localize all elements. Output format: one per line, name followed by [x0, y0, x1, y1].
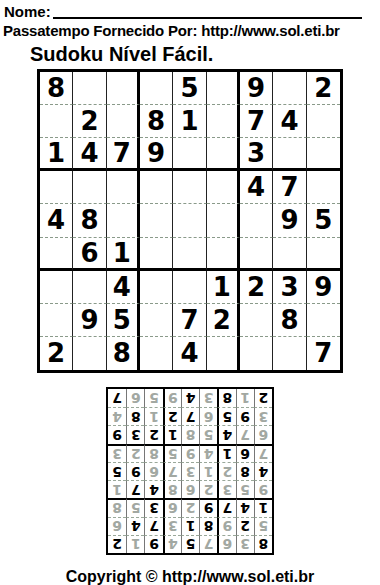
solution-cell-r1c7: 9 — [144, 535, 162, 553]
cell-r4c4[interactable] — [140, 171, 173, 204]
solution-cell-r3c3: 7 — [217, 498, 235, 516]
solution-cell-r4c5: 6 — [181, 480, 199, 498]
cell-r5c8: 9 — [273, 204, 306, 237]
cell-r7c8: 3 — [273, 271, 306, 304]
cell-r1c4[interactable] — [140, 72, 173, 105]
solution-cell-r5c3: 2 — [217, 462, 235, 480]
cell-r2c4: 8 — [140, 105, 173, 138]
cell-r4c3[interactable] — [107, 171, 140, 204]
solution-cell-r3c6: 6 — [163, 498, 181, 516]
cell-r1c5: 5 — [173, 72, 206, 105]
cell-r2c1[interactable] — [40, 105, 73, 138]
solution-cell-r3c7: 3 — [144, 498, 162, 516]
cell-r5c1: 4 — [40, 204, 73, 237]
solution-cell-r2c7: 7 — [144, 517, 162, 535]
cell-r7c3: 4 — [107, 271, 140, 304]
solution-cell-r8c2: 9 — [236, 407, 254, 425]
cell-r8c4[interactable] — [140, 304, 173, 337]
solution-cell-r6c4: 4 — [199, 444, 217, 462]
solution-cell-r8c7: 1 — [144, 407, 162, 425]
solution-cell-r7c9: 9 — [108, 425, 126, 443]
cell-r9c3: 8 — [107, 337, 140, 370]
cell-r3c1: 1 — [40, 138, 73, 171]
cell-r9c6[interactable] — [207, 337, 240, 370]
cell-r3c8[interactable] — [273, 138, 306, 171]
solution-cell-r8c5: 7 — [181, 407, 199, 425]
cell-r9c9: 7 — [307, 337, 340, 370]
solution-cell-r2c2: 2 — [236, 517, 254, 535]
cell-r1c9: 2 — [307, 72, 340, 105]
solution-cell-r1c3: 6 — [217, 535, 235, 553]
cell-r6c2: 6 — [73, 238, 106, 271]
solution-cell-r5c1: 4 — [254, 462, 272, 480]
solution-cell-r7c5: 8 — [181, 425, 199, 443]
solution-cell-r7c7: 2 — [144, 425, 162, 443]
cell-r4c1[interactable] — [40, 171, 73, 204]
solution-cell-r8c8: 8 — [126, 407, 144, 425]
cell-r6c7[interactable] — [240, 238, 273, 271]
solution-cell-r3c1: 1 — [254, 498, 272, 516]
cell-r3c4: 9 — [140, 138, 173, 171]
cell-r1c1: 8 — [40, 72, 73, 105]
solution-cell-r6c9: 3 — [108, 444, 126, 462]
solution-cell-r8c3: 5 — [217, 407, 235, 425]
solution-cell-r7c6: 1 — [163, 425, 181, 443]
solution-cell-r6c1: 7 — [254, 444, 272, 462]
solution-cell-r6c8: 2 — [126, 444, 144, 462]
cell-r3c2: 4 — [73, 138, 106, 171]
solution-cell-r1c2: 3 — [236, 535, 254, 553]
name-blank-line — [53, 4, 362, 19]
cell-r6c9[interactable] — [307, 238, 340, 271]
page-title: Sudoku Nível Fácil. — [30, 43, 380, 66]
worksheet: Nome: Passatempo Fornecido Por: http://w… — [0, 0, 380, 585]
solution-cell-r2c9: 6 — [108, 517, 126, 535]
cell-r3c9[interactable] — [307, 138, 340, 171]
copyright-text: Copyright © http://www.sol.eti.br — [0, 568, 380, 585]
solution-cell-r3c4: 9 — [199, 498, 217, 516]
solution-cell-r9c2: 1 — [236, 389, 254, 407]
cell-r4c7: 4 — [240, 171, 273, 204]
cell-r3c7: 3 — [240, 138, 273, 171]
solution-cell-r4c9: 1 — [108, 480, 126, 498]
solution-cell-r8c9: 4 — [108, 407, 126, 425]
cell-r3c3: 7 — [107, 138, 140, 171]
solution-cell-r4c2: 5 — [236, 480, 254, 498]
cell-r4c9[interactable] — [307, 171, 340, 204]
name-label: Nome: — [4, 4, 51, 19]
cell-r6c8[interactable] — [273, 238, 306, 271]
cell-r1c2[interactable] — [73, 72, 106, 105]
cell-r9c8[interactable] — [273, 337, 306, 370]
cell-r5c6[interactable] — [207, 204, 240, 237]
solution-cell-r9c8: 6 — [126, 389, 144, 407]
cell-r2c8: 4 — [273, 105, 306, 138]
name-row: Nome: — [4, 2, 362, 19]
cell-r2c7: 7 — [240, 105, 273, 138]
solution-cell-r3c2: 4 — [236, 498, 254, 516]
solution-cell-r9c1: 2 — [254, 389, 272, 407]
solution-cell-r9c9: 7 — [108, 389, 126, 407]
solution-cell-r6c5: 9 — [181, 444, 199, 462]
solution-cell-r5c7: 6 — [144, 462, 162, 480]
solution-cell-r6c7: 8 — [144, 444, 162, 462]
cell-r1c6[interactable] — [207, 72, 240, 105]
solution-cell-r5c9: 5 — [108, 462, 126, 480]
cell-r7c5[interactable] — [173, 271, 206, 304]
solution-cell-r7c4: 5 — [199, 425, 217, 443]
solution-cell-r2c5: 1 — [181, 517, 199, 535]
cell-r7c6: 1 — [207, 271, 240, 304]
solution-cell-r7c2: 7 — [236, 425, 254, 443]
solution-cell-r3c9: 8 — [108, 498, 126, 516]
cell-r5c5[interactable] — [173, 204, 206, 237]
cell-r9c4[interactable] — [140, 337, 173, 370]
solution-cell-r7c3: 4 — [217, 425, 235, 443]
cell-r3c5[interactable] — [173, 138, 206, 171]
cell-r9c7[interactable] — [240, 337, 273, 370]
cell-r6c6[interactable] — [207, 238, 240, 271]
cell-r8c8: 8 — [273, 304, 306, 337]
solution-cell-r5c8: 9 — [126, 462, 144, 480]
solution-cell-r8c4: 6 — [199, 407, 217, 425]
cell-r9c1: 2 — [40, 337, 73, 370]
solution-grid-rotated: 8367549125298137461479263589532684714821… — [106, 387, 274, 555]
cell-r6c4[interactable] — [140, 238, 173, 271]
solution-cell-r9c3: 8 — [217, 389, 235, 407]
solution-cell-r8c6: 2 — [163, 407, 181, 425]
solution-cell-r2c4: 8 — [199, 517, 217, 535]
cell-r7c1[interactable] — [40, 271, 73, 304]
solution-cell-r4c6: 8 — [163, 480, 181, 498]
cell-r4c2[interactable] — [73, 171, 106, 204]
cell-r4c6[interactable] — [207, 171, 240, 204]
solution-cell-r9c6: 9 — [163, 389, 181, 407]
cell-r1c8[interactable] — [273, 72, 306, 105]
cell-r6c1[interactable] — [40, 238, 73, 271]
cell-r3c6[interactable] — [207, 138, 240, 171]
cell-r7c9: 9 — [307, 271, 340, 304]
cell-r8c3: 5 — [107, 304, 140, 337]
solution-area: 8367549125298137461479263589532684714821… — [0, 387, 380, 555]
solution-cell-r9c4: 3 — [199, 389, 217, 407]
solution-cell-r3c8: 5 — [126, 498, 144, 516]
cell-r8c7[interactable] — [240, 304, 273, 337]
solution-cell-r4c8: 7 — [126, 480, 144, 498]
cell-r8c6: 2 — [207, 304, 240, 337]
cell-r7c2[interactable] — [73, 271, 106, 304]
solution-cell-r2c1: 5 — [254, 517, 272, 535]
cell-r8c1[interactable] — [40, 304, 73, 337]
solution-cell-r6c2: 6 — [236, 444, 254, 462]
cell-r7c7: 2 — [240, 271, 273, 304]
solution-cell-r4c7: 4 — [144, 480, 162, 498]
solution-cell-r9c5: 4 — [181, 389, 199, 407]
cell-r4c5[interactable] — [173, 171, 206, 204]
solution-cell-r6c3: 1 — [217, 444, 235, 462]
cell-r5c4[interactable] — [140, 204, 173, 237]
solution-cell-r3c5: 2 — [181, 498, 199, 516]
cell-r9c5: 4 — [173, 337, 206, 370]
cell-r2c2: 2 — [73, 105, 106, 138]
solution-cell-r4c1: 9 — [254, 480, 272, 498]
solution-cell-r7c1: 6 — [254, 425, 272, 443]
solution-cell-r9c7: 5 — [144, 389, 162, 407]
solution-cell-r6c6: 5 — [163, 444, 181, 462]
solution-cell-r7c8: 3 — [126, 425, 144, 443]
cell-r2c5: 1 — [173, 105, 206, 138]
solution-cell-r1c4: 7 — [199, 535, 217, 553]
solution-cell-r5c5: 3 — [181, 462, 199, 480]
cell-r5c2: 8 — [73, 204, 106, 237]
solution-cell-r1c8: 1 — [126, 535, 144, 553]
cell-r1c3[interactable] — [107, 72, 140, 105]
solution-cell-r1c1: 8 — [254, 535, 272, 553]
solution-cell-r1c5: 5 — [181, 535, 199, 553]
cell-r7c4[interactable] — [140, 271, 173, 304]
cell-r8c5: 7 — [173, 304, 206, 337]
solution-cell-r2c3: 9 — [217, 517, 235, 535]
cell-r5c7[interactable] — [240, 204, 273, 237]
cell-r6c3: 1 — [107, 238, 140, 271]
cell-r9c2[interactable] — [73, 337, 106, 370]
solution-cell-r2c8: 4 — [126, 517, 144, 535]
cell-r8c9[interactable] — [307, 304, 340, 337]
cell-r1c7: 9 — [240, 72, 273, 105]
solution-cell-r4c4: 2 — [199, 480, 217, 498]
cell-r6c5[interactable] — [173, 238, 206, 271]
cell-r2c3[interactable] — [107, 105, 140, 138]
solution-cell-r4c3: 3 — [217, 480, 235, 498]
solution-cell-r5c6: 7 — [163, 462, 181, 480]
cell-r2c6[interactable] — [207, 105, 240, 138]
solution-cell-r2c6: 3 — [163, 517, 181, 535]
cell-r4c8: 7 — [273, 171, 306, 204]
solution-cell-r1c9: 2 — [108, 535, 126, 553]
solution-cell-r5c4: 1 — [199, 462, 217, 480]
cell-r5c9: 5 — [307, 204, 340, 237]
solution-cell-r1c6: 4 — [163, 535, 181, 553]
cell-r5c3[interactable] — [107, 204, 140, 237]
cell-r8c2: 9 — [73, 304, 106, 337]
solution-cell-r5c2: 8 — [236, 462, 254, 480]
cell-r2c9[interactable] — [307, 105, 340, 138]
provider-line: Passatempo Fornecido Por: http://www.sol… — [3, 22, 380, 39]
sudoku-grid: 859228174147934748956141239957282847 — [37, 69, 343, 373]
solution-cell-r8c1: 3 — [254, 407, 272, 425]
